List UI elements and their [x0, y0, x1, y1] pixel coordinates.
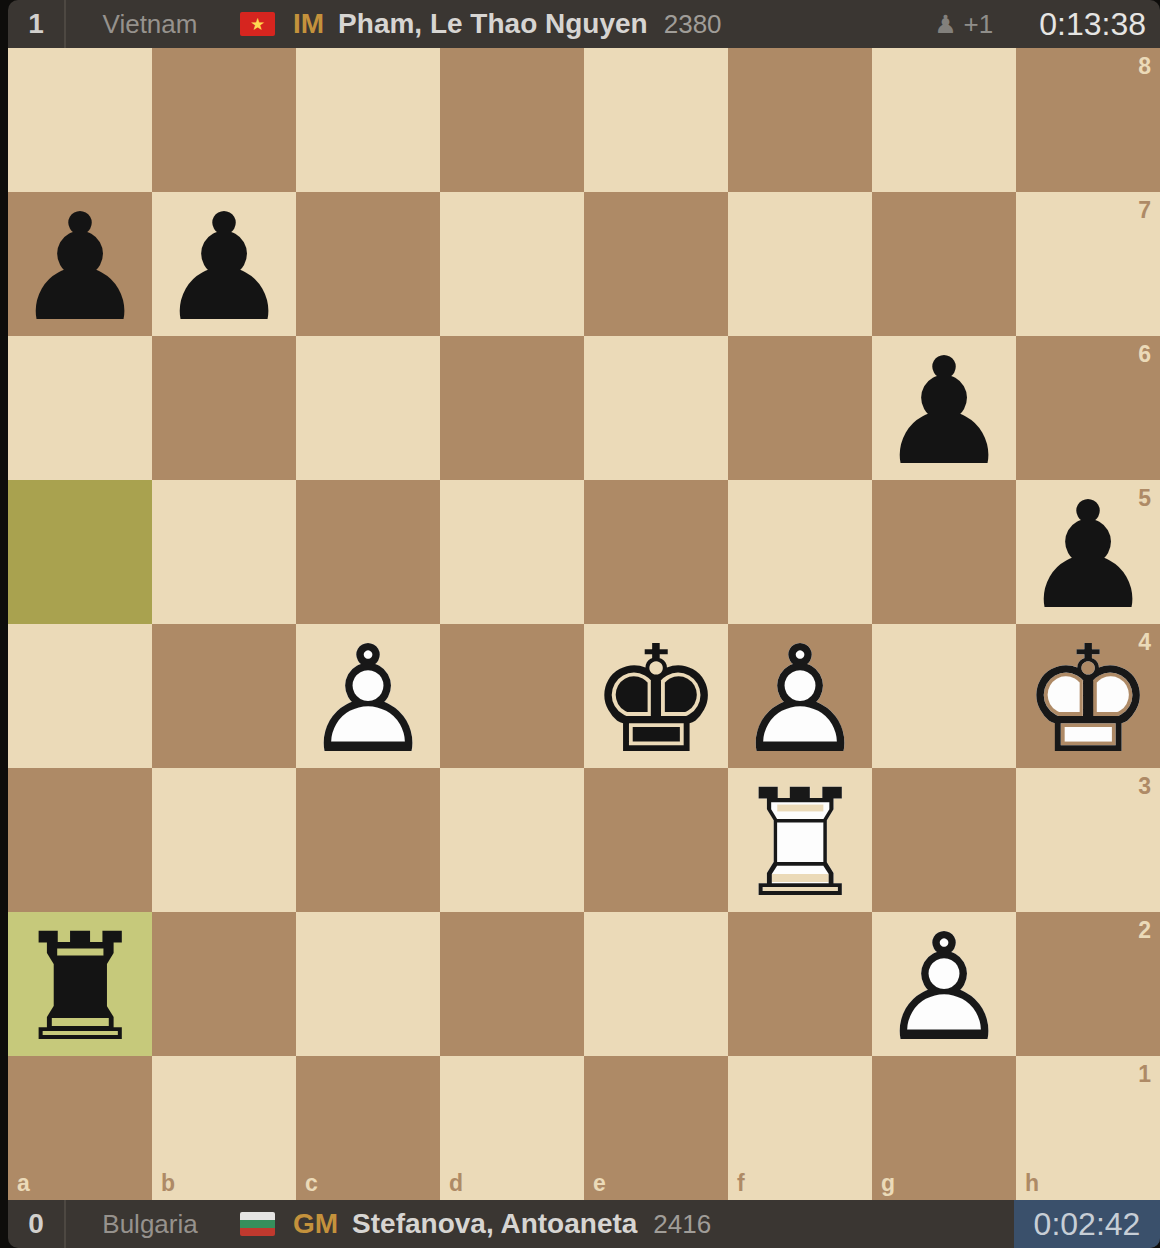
file-label: e — [593, 1172, 606, 1195]
black-pawn-glyph: ♟ — [158, 196, 291, 340]
white-pawn-outline: ♙ — [878, 916, 1011, 1060]
square-g5[interactable] — [872, 480, 1016, 624]
piece-black-pawn: ♟ — [8, 192, 152, 336]
bottom-player-country: Bulgaria — [66, 1209, 234, 1240]
square-h1[interactable]: 1h — [1016, 1056, 1160, 1200]
file-label: a — [17, 1172, 30, 1195]
square-f5[interactable] — [728, 480, 872, 624]
top-player-name: Pham, Le Thao Nguyen — [338, 8, 648, 40]
square-f3[interactable]: ♜♖ — [728, 768, 872, 912]
piece-black-pawn: ♟ — [1016, 480, 1160, 624]
square-h5[interactable]: 5♟ — [1016, 480, 1160, 624]
material-advantage: ♟ +1 — [934, 9, 993, 40]
white-rook-outline: ♖ — [734, 772, 867, 916]
square-g8[interactable] — [872, 48, 1016, 192]
square-b1[interactable]: b — [152, 1056, 296, 1200]
top-player-title: IM — [293, 8, 324, 40]
bottom-player-bar: 0 Bulgaria GM Stefanova, Antoaneta 2416 … — [8, 1200, 1160, 1248]
top-player-rating: 2380 — [664, 9, 722, 40]
square-e2[interactable] — [584, 912, 728, 1056]
rank-label: 6 — [1138, 343, 1151, 366]
square-a5[interactable] — [8, 480, 152, 624]
square-e8[interactable] — [584, 48, 728, 192]
square-c1[interactable]: c — [296, 1056, 440, 1200]
square-c2[interactable] — [296, 912, 440, 1056]
square-c3[interactable] — [296, 768, 440, 912]
square-a6[interactable] — [8, 336, 152, 480]
piece-black-king: ♚ — [584, 624, 728, 768]
rank-label: 8 — [1138, 55, 1151, 78]
white-king-outline: ♔ — [1022, 628, 1155, 772]
square-a1[interactable]: a — [8, 1056, 152, 1200]
square-a8[interactable] — [8, 48, 152, 192]
square-b4[interactable] — [152, 624, 296, 768]
material-count: +1 — [964, 9, 994, 40]
square-g2[interactable]: ♟♙ — [872, 912, 1016, 1056]
square-f8[interactable] — [728, 48, 872, 192]
chess-board: 8♟♟7♟65♟♟♙♚♟♙4♚♔♜♖3♜♟♙2abcdefg1h — [8, 48, 1160, 1200]
pawn-material-icon: ♟ — [934, 12, 956, 37]
square-f1[interactable]: f — [728, 1056, 872, 1200]
square-c4[interactable]: ♟♙ — [296, 624, 440, 768]
square-e1[interactable]: e — [584, 1056, 728, 1200]
top-player-score: 1 — [8, 8, 64, 40]
square-b2[interactable] — [152, 912, 296, 1056]
square-g4[interactable] — [872, 624, 1016, 768]
star-icon: ★ — [250, 16, 265, 33]
bulgaria-flag-icon — [240, 1212, 275, 1236]
square-b6[interactable] — [152, 336, 296, 480]
rank-label: 1 — [1138, 1063, 1151, 1086]
bottom-player-score: 0 — [8, 1208, 64, 1240]
file-label: d — [449, 1172, 463, 1195]
broadcast-board-panel: 1 Vietnam ★ IM Pham, Le Thao Nguyen 2380… — [8, 0, 1160, 1248]
bottom-player-rating: 2416 — [653, 1209, 711, 1240]
rank-label: 7 — [1138, 199, 1151, 222]
square-a3[interactable] — [8, 768, 152, 912]
square-d1[interactable]: d — [440, 1056, 584, 1200]
black-pawn-glyph: ♟ — [878, 340, 1011, 484]
square-c7[interactable] — [296, 192, 440, 336]
file-label: b — [161, 1172, 175, 1195]
file-label: h — [1025, 1172, 1039, 1195]
square-d2[interactable] — [440, 912, 584, 1056]
square-c5[interactable] — [296, 480, 440, 624]
bottom-player-name: Stefanova, Antoaneta — [352, 1208, 637, 1240]
bottom-player-title: GM — [293, 1208, 338, 1240]
square-d6[interactable] — [440, 336, 584, 480]
square-h6[interactable]: 6 — [1016, 336, 1160, 480]
square-e4[interactable]: ♚ — [584, 624, 728, 768]
square-d3[interactable] — [440, 768, 584, 912]
square-e6[interactable] — [584, 336, 728, 480]
piece-white-pawn: ♟♙ — [872, 912, 1016, 1056]
flag-stripe-red — [240, 1228, 275, 1236]
rank-label: 3 — [1138, 775, 1151, 798]
top-player-bar: 1 Vietnam ★ IM Pham, Le Thao Nguyen 2380… — [8, 0, 1160, 48]
piece-black-rook: ♜ — [8, 912, 152, 1056]
square-b3[interactable] — [152, 768, 296, 912]
square-c8[interactable] — [296, 48, 440, 192]
square-h3[interactable]: 3 — [1016, 768, 1160, 912]
square-d8[interactable] — [440, 48, 584, 192]
top-player-country: Vietnam — [66, 9, 234, 40]
top-player-clock: 0:13:38 — [1039, 6, 1146, 43]
square-b8[interactable] — [152, 48, 296, 192]
square-b5[interactable] — [152, 480, 296, 624]
piece-black-pawn: ♟ — [872, 336, 1016, 480]
file-label: g — [881, 1172, 895, 1195]
white-pawn-outline: ♙ — [734, 628, 867, 772]
flag-stripe-green — [240, 1220, 275, 1228]
square-g1[interactable]: g — [872, 1056, 1016, 1200]
square-e5[interactable] — [584, 480, 728, 624]
piece-black-pawn: ♟ — [152, 192, 296, 336]
square-g3[interactable] — [872, 768, 1016, 912]
rank-label: 2 — [1138, 919, 1151, 942]
black-pawn-glyph: ♟ — [14, 196, 147, 340]
square-f7[interactable] — [728, 192, 872, 336]
bottom-player-clock: 0:02:42 — [1014, 1200, 1160, 1248]
square-h8[interactable]: 8 — [1016, 48, 1160, 192]
square-h4[interactable]: 4♚♔ — [1016, 624, 1160, 768]
square-f6[interactable] — [728, 336, 872, 480]
piece-white-rook: ♜♖ — [728, 768, 872, 912]
piece-white-pawn: ♟♙ — [728, 624, 872, 768]
piece-white-pawn: ♟♙ — [296, 624, 440, 768]
square-d7[interactable] — [440, 192, 584, 336]
square-e7[interactable] — [584, 192, 728, 336]
black-rook-glyph: ♜ — [14, 916, 147, 1060]
square-g7[interactable] — [872, 192, 1016, 336]
square-g6[interactable]: ♟ — [872, 336, 1016, 480]
square-c6[interactable] — [296, 336, 440, 480]
vietnam-flag-icon: ★ — [240, 12, 275, 36]
piece-white-king: ♚♔ — [1016, 624, 1160, 768]
square-a4[interactable] — [8, 624, 152, 768]
square-a7[interactable]: ♟ — [8, 192, 152, 336]
square-d5[interactable] — [440, 480, 584, 624]
white-pawn-outline: ♙ — [302, 628, 435, 772]
square-a2[interactable]: ♜ — [8, 912, 152, 1056]
square-e3[interactable] — [584, 768, 728, 912]
square-b7[interactable]: ♟ — [152, 192, 296, 336]
file-label: c — [305, 1172, 318, 1195]
square-f4[interactable]: ♟♙ — [728, 624, 872, 768]
black-king-glyph: ♚ — [590, 628, 723, 772]
square-f2[interactable] — [728, 912, 872, 1056]
flag-stripe-white — [240, 1212, 275, 1220]
square-d4[interactable] — [440, 624, 584, 768]
square-h7[interactable]: 7 — [1016, 192, 1160, 336]
file-label: f — [737, 1172, 745, 1195]
square-h2[interactable]: 2 — [1016, 912, 1160, 1056]
black-pawn-glyph: ♟ — [1022, 484, 1155, 628]
